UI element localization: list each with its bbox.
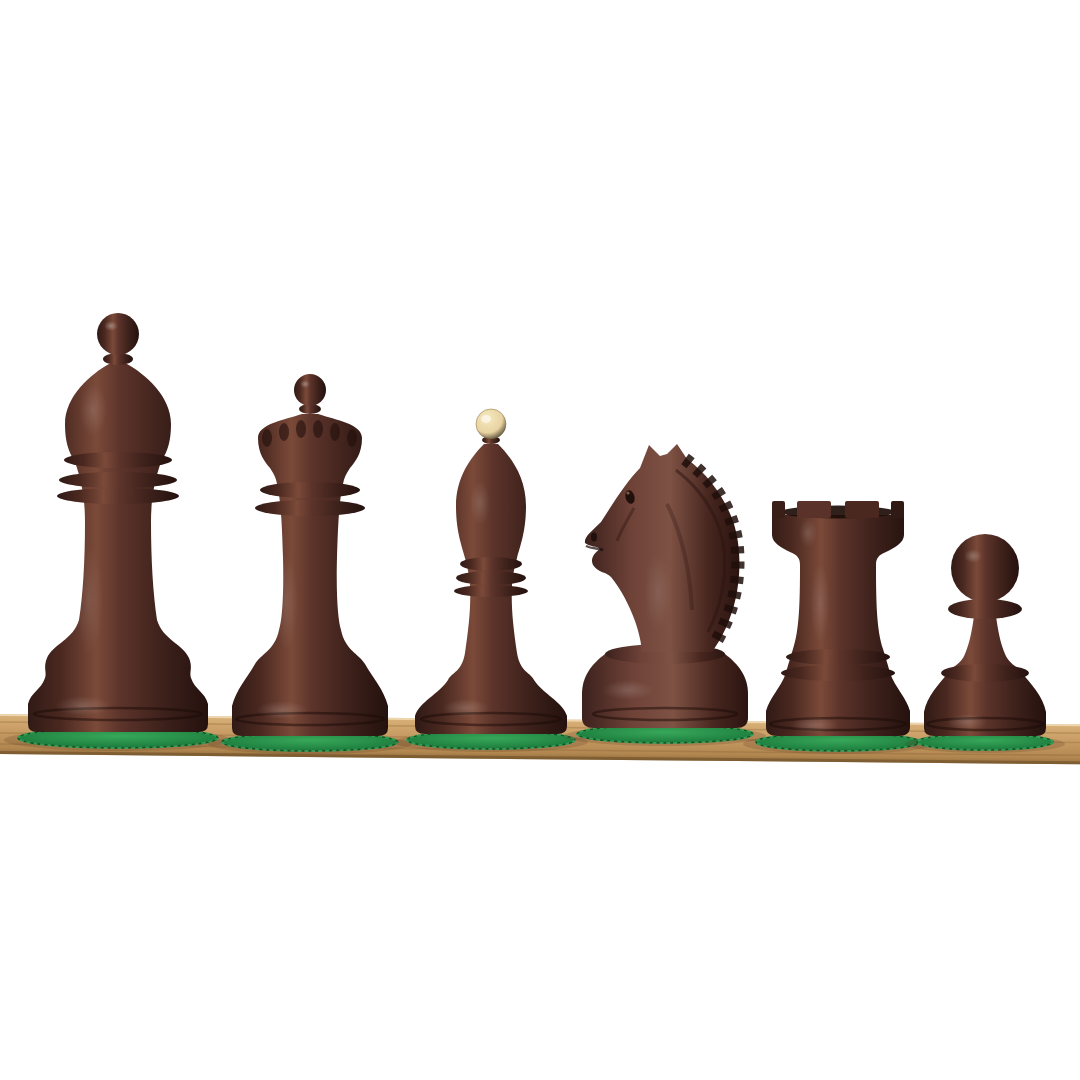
coronet-notch [279,423,289,441]
bishop-collar-ring [454,585,528,597]
glossy-highlight [55,696,111,716]
eye-highlight [626,491,629,494]
crenellation-merlon [772,501,785,518]
coronet-notch [296,420,306,438]
queen-collar-ring [260,482,360,498]
glossy-highlight [274,554,298,650]
glossy-highlight [442,699,490,717]
glossy-highlight [256,701,308,719]
rook-collar-ring [781,665,895,681]
rook-collar-ring [786,649,890,665]
coronet-notch [347,429,357,447]
bishop-collar-ring [460,557,522,571]
king-collar-ring [57,488,179,504]
finial-highlight [300,380,310,388]
queen-collar-ring [255,500,365,516]
glossy-highlight [644,552,672,632]
glossy-highlight [947,714,987,730]
king-collar-ring [64,452,172,468]
coronet-notch [262,429,272,447]
glossy-highlight [790,717,838,733]
knight-nostril [591,533,597,542]
king-collar-ring [59,472,177,488]
crenellation-merlon [845,501,879,518]
glossy-highlight [79,384,107,436]
chess-pieces-product-photo: light wooden shelf dark king — tall bell… [0,0,1080,1080]
glossy-highlight [75,545,103,655]
crenellation-merlon [797,501,831,518]
glossy-highlight [964,549,982,563]
bishop-cream-ball-finial [476,409,506,439]
king-ball-finial [97,313,139,355]
finial-highlight [104,321,118,331]
queen-ball-finial [294,374,326,406]
crenellation-merlon [891,501,904,518]
bishop-collar-ring [456,571,526,585]
glossy-highlight [470,481,490,525]
glossy-highlight [810,563,830,643]
coronet-notch [313,420,323,438]
pawn-shoulder-ring [941,664,1029,682]
white-background [0,0,1080,1080]
glossy-highlight [799,519,817,547]
finial-highlight [481,415,491,423]
pawn-ball-head [951,534,1019,602]
coronet-notch [330,423,340,441]
glossy-highlight [602,680,654,700]
